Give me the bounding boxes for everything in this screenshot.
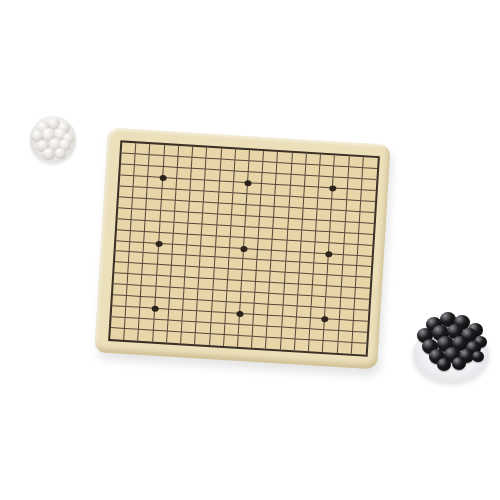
grid-cell (316, 231, 331, 243)
grid-cell (147, 188, 162, 200)
grid-cell (287, 229, 302, 241)
grid-cell (281, 339, 296, 351)
grid-cell (193, 147, 208, 159)
grid-cell (343, 244, 358, 256)
grid-cell (203, 202, 218, 214)
grid-cell (274, 218, 289, 230)
grid-cell (356, 266, 371, 278)
grid-cell (212, 301, 227, 313)
grid-cell (210, 334, 225, 346)
grid-cell (136, 143, 151, 155)
grid-cell (354, 310, 369, 322)
grid-cell (290, 186, 305, 198)
grid-cell (128, 274, 143, 286)
grid-cell (218, 203, 233, 215)
grid-cell (312, 297, 327, 309)
grid-cell (360, 201, 375, 213)
grid-cell (113, 284, 128, 296)
grid-cell (268, 305, 283, 317)
grid-cell (160, 211, 175, 223)
white-stone (55, 148, 66, 158)
grid-cell (110, 328, 125, 340)
grid-cell (130, 242, 145, 254)
grid-cell (150, 144, 165, 156)
grid-cell (304, 187, 319, 199)
grid-cell (262, 184, 277, 196)
grid-cell (295, 329, 310, 341)
grid-cell (156, 276, 171, 288)
grid-cell (295, 339, 310, 351)
grid-cell (254, 315, 269, 327)
grid-cell (182, 322, 197, 334)
grid-cell (356, 277, 371, 289)
grid-cell (359, 223, 374, 235)
grid-cell (271, 261, 286, 273)
grid-cell (313, 275, 328, 287)
grid-cell (267, 327, 282, 339)
grid-cell (200, 257, 215, 269)
grid-cell (224, 324, 239, 336)
grid-cell (331, 221, 346, 233)
grid-cell (168, 321, 183, 333)
grid-cell (220, 170, 235, 182)
white-stone (43, 148, 55, 159)
grid-cell (261, 195, 276, 207)
grid-cell (324, 330, 339, 342)
grid-cell (276, 185, 291, 197)
grid-cell (199, 279, 214, 291)
grid-cell (256, 271, 271, 283)
grid-cell (270, 283, 285, 295)
grid-cell (320, 155, 335, 167)
grid-cell (132, 209, 147, 221)
grid-cell (218, 192, 233, 204)
grid-cell (220, 159, 235, 171)
grid-cell (188, 223, 203, 235)
grid-cell (196, 322, 211, 334)
grid-cell (159, 222, 174, 234)
grid-cell (147, 199, 162, 211)
grid-cell (283, 295, 298, 307)
grid-cell (241, 281, 256, 293)
grid-cell (116, 230, 131, 242)
grid-cell (174, 222, 189, 234)
grid-cell (299, 274, 314, 286)
grid-cell (125, 318, 140, 330)
grid-cell (347, 178, 362, 190)
grid-cell (198, 290, 213, 302)
grid-cell (224, 335, 239, 347)
grid-cell (120, 175, 135, 187)
grid-cell (201, 235, 216, 247)
grid-cell (360, 212, 375, 224)
grid-cell (301, 241, 316, 253)
grid-cell (192, 158, 207, 170)
grid-cell (203, 213, 218, 225)
grid-cell (118, 197, 133, 209)
grid-cell (126, 307, 141, 319)
black-stones-bowl (413, 310, 489, 382)
grid-cell (163, 156, 178, 168)
grid-cell (335, 155, 350, 167)
grid-cell (349, 156, 364, 168)
grid-cell (301, 230, 316, 242)
grid-cell (260, 206, 275, 218)
grid-cell (228, 270, 243, 282)
grid-cell (268, 316, 283, 328)
grid-cell (339, 320, 354, 332)
grid-cell (264, 151, 279, 163)
grid-cell (259, 228, 274, 240)
grid-cell (334, 166, 349, 178)
grid-cell (235, 149, 250, 161)
grid-cell (291, 175, 306, 187)
grid-cell (134, 165, 149, 177)
grid-cell (161, 200, 176, 212)
grid-cell (186, 256, 201, 268)
grid-cell (114, 263, 129, 275)
grid-cell (345, 222, 360, 234)
grid-cell (187, 245, 202, 257)
grid-cell (114, 274, 129, 286)
grid-cell (172, 244, 187, 256)
grid-cell (347, 189, 362, 201)
grid-cell (258, 249, 273, 261)
grid-cell (292, 153, 307, 165)
grid-cell (353, 321, 368, 333)
grid-cell (124, 329, 139, 341)
grid-cell (272, 250, 287, 262)
grid-cell (362, 168, 377, 180)
grid-cell (189, 201, 204, 213)
grid-cell (283, 306, 298, 318)
black-stone (472, 351, 484, 362)
grid-cell (312, 286, 327, 298)
grid-cell (316, 220, 331, 232)
grid-cell (269, 294, 284, 306)
go-board (94, 128, 390, 370)
grid-cell (272, 239, 287, 251)
grid-cell (121, 153, 136, 165)
grid-cell (171, 266, 186, 278)
grid-cell (149, 155, 164, 167)
grid-cell (298, 285, 313, 297)
grid-cell (255, 293, 270, 305)
grid-cell (317, 209, 332, 221)
grid-cell (213, 280, 228, 292)
grid-cell (168, 310, 183, 322)
grid-cell (340, 298, 355, 310)
grid-cell (276, 174, 291, 186)
grid-cell (348, 167, 363, 179)
grid-cell (339, 309, 354, 321)
grid-cell (253, 326, 268, 338)
grid-cell (211, 312, 226, 324)
grid-cell (232, 193, 247, 205)
grid-cell (341, 287, 356, 299)
grid-cell (238, 336, 253, 348)
grid-cell (170, 277, 185, 289)
grid-cell (318, 198, 333, 210)
grid-cell (363, 157, 378, 169)
grid-cell (234, 160, 249, 172)
grid-cell (274, 207, 289, 219)
grid-cell (289, 207, 304, 219)
grid-cell (257, 260, 272, 272)
grid-cell (299, 263, 314, 275)
grid-cell (214, 258, 229, 270)
grid-cell (258, 239, 273, 251)
grid-cell (126, 296, 141, 308)
grid-cell (117, 219, 132, 231)
grid-cell (357, 256, 372, 268)
grid-cell (254, 304, 269, 316)
grid-cell (243, 260, 258, 272)
grid-cell (285, 273, 300, 285)
grid-cell (167, 332, 182, 344)
grid-cell (135, 154, 150, 166)
grid-cell (197, 301, 212, 313)
grid-cell (128, 263, 143, 275)
grid-cell (314, 264, 329, 276)
grid-cell (355, 288, 370, 300)
grid-cell (219, 181, 234, 193)
grid-cell (305, 176, 320, 188)
grid-cell (112, 306, 127, 318)
grid-cell (239, 325, 254, 337)
grid-cell (344, 233, 359, 245)
grid-cell (326, 287, 341, 299)
grid-cell (120, 164, 135, 176)
grid-cell (204, 191, 219, 203)
grid-cell (232, 204, 247, 216)
grid-cell (177, 168, 192, 180)
grid-cell (191, 169, 206, 181)
black-stone (437, 358, 451, 371)
grid-cell (341, 277, 356, 289)
grid-cell (320, 166, 335, 178)
grid-cell (282, 317, 297, 329)
grid-cell (332, 199, 347, 211)
grid-cell (326, 297, 341, 309)
grid-cell (187, 234, 202, 246)
grid-cell (303, 208, 318, 220)
grid-cell (291, 164, 306, 176)
grid-cell (323, 341, 338, 353)
grid-cell (226, 291, 241, 303)
grid-cell (285, 262, 300, 274)
grid-cell (185, 267, 200, 279)
grid-cell (118, 208, 133, 220)
grid-cell (143, 253, 158, 265)
grid-cell (176, 190, 191, 202)
grid-cell (145, 221, 160, 233)
grid-cell (228, 259, 243, 271)
grid-cell (181, 333, 196, 345)
grid-cell (190, 190, 205, 202)
grid-cell (252, 337, 267, 349)
grid-cell (354, 299, 369, 311)
grid-cell (296, 318, 311, 330)
grid-cell (331, 210, 346, 222)
grid-cell (169, 299, 184, 311)
grid-cell (201, 246, 216, 258)
grid-cell (358, 234, 373, 246)
grid-cell (153, 331, 168, 343)
grid-cell (157, 265, 172, 277)
grid-cell (303, 197, 318, 209)
grid-cell (262, 173, 277, 185)
grid-cell (195, 333, 210, 345)
white-stones-bowl (30, 114, 76, 164)
grid-cell (131, 220, 146, 232)
grid-cell (342, 266, 357, 278)
grid-cell (343, 255, 358, 267)
grid-cell (352, 332, 367, 344)
grid-cell (157, 254, 172, 266)
grid-cell (245, 227, 260, 239)
grid-cell (178, 146, 193, 158)
grid-cell (245, 216, 260, 228)
grid-cell (287, 240, 302, 252)
grid-cell (361, 190, 376, 202)
grid-cell (216, 225, 231, 237)
grid-cell (227, 280, 242, 292)
grid-cell (328, 265, 343, 277)
grid-cell (286, 251, 301, 263)
grid-cell (246, 205, 261, 217)
grid-cell (206, 159, 221, 171)
grid-cell (289, 197, 304, 209)
grid-cell (199, 268, 214, 280)
grid-cell (142, 275, 157, 287)
grid-cell (230, 226, 245, 238)
grid-cell (172, 255, 187, 267)
grid-cell (170, 288, 185, 300)
grid-cell (161, 189, 176, 201)
black-stone (452, 357, 466, 370)
grid-cell (247, 194, 262, 206)
grid-cell (173, 233, 188, 245)
grid-cell (297, 296, 312, 308)
grid-cell (183, 300, 198, 312)
grid-cell (174, 211, 189, 223)
go-grid (108, 140, 380, 356)
grid-cell (153, 320, 168, 332)
grid-cell (214, 269, 229, 281)
grid-cell (330, 232, 345, 244)
grid-cell (277, 163, 292, 175)
grid-cell (337, 342, 352, 354)
grid-cell (260, 217, 275, 229)
grid-cell (275, 196, 290, 208)
grid-cell (212, 291, 227, 303)
grid-cell (116, 241, 131, 253)
grid-cell (139, 330, 154, 342)
grid-cell (129, 253, 144, 265)
grid-cell (215, 247, 230, 259)
grid-cell (310, 329, 325, 341)
grid-cell (185, 278, 200, 290)
grid-cell (346, 200, 361, 212)
grid-cell (132, 198, 147, 210)
grid-cell (176, 179, 191, 191)
grid-cell (112, 295, 127, 307)
grid-cell (202, 224, 217, 236)
grid-cell (297, 307, 312, 319)
grid-cell (183, 311, 198, 323)
grid-cell (175, 201, 190, 213)
grid-cell (284, 284, 299, 296)
grid-cell (115, 252, 130, 264)
grid-cell (273, 228, 288, 240)
grid-cell (133, 187, 148, 199)
grid-cell (288, 218, 303, 230)
grid-cell (127, 285, 142, 297)
grid-cell (358, 245, 373, 257)
grid-cell (278, 152, 293, 164)
grid-cell (139, 319, 154, 331)
grid-cell (205, 180, 220, 192)
product-photo (0, 0, 500, 500)
grid-cell (263, 162, 278, 174)
grid-cell (309, 340, 324, 352)
grid-cell (191, 180, 206, 192)
grid-cell (197, 312, 212, 324)
grid-cell (327, 276, 342, 288)
grid-cell (122, 142, 137, 154)
grid-cell (189, 212, 204, 224)
grid-cell (270, 272, 285, 284)
grid-cell (216, 236, 231, 248)
grid-cell (345, 211, 360, 223)
grid-cell (134, 176, 149, 188)
grid-cell (231, 215, 246, 227)
grid-cell (119, 186, 134, 198)
grid-cell (266, 338, 281, 350)
grid-cell (241, 292, 256, 304)
grid-cell (305, 165, 320, 177)
grid-cell (362, 179, 377, 191)
grid-cell (217, 214, 232, 226)
grid-cell (249, 150, 264, 162)
grid-cell (302, 219, 317, 231)
grid-cell (249, 161, 264, 173)
grid-cell (281, 328, 296, 340)
grid-cell (210, 323, 225, 335)
grid-cell (111, 317, 126, 329)
grid-cell (155, 287, 170, 299)
grid-cell (143, 264, 158, 276)
grid-cell (184, 289, 199, 301)
grid-cell (256, 282, 271, 294)
grid-cell (207, 148, 222, 160)
grid-cell (130, 231, 145, 243)
grid-cell (300, 252, 315, 264)
grid-cell (306, 154, 321, 166)
grid-cell (141, 286, 156, 298)
grid-cell (338, 331, 353, 343)
grid-cell (242, 270, 257, 282)
grid-cell (178, 157, 193, 169)
grid-cell (146, 210, 161, 222)
grid-cell (352, 343, 367, 355)
grid-cell (205, 170, 220, 182)
grid-cell (221, 149, 236, 161)
grid-cell (164, 145, 179, 157)
